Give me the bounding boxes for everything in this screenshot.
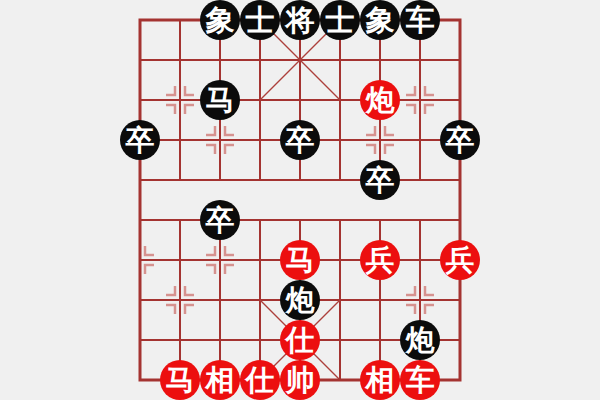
piece-black-horse[interactable]: 马 <box>200 80 240 120</box>
piece-red-elephant[interactable]: 相 <box>200 360 240 400</box>
piece-black-soldier[interactable]: 卒 <box>440 120 480 160</box>
piece-red-soldier[interactable]: 兵 <box>360 240 400 280</box>
piece-black-elephant[interactable]: 象 <box>360 0 400 40</box>
piece-black-elephant[interactable]: 象 <box>200 0 240 40</box>
pieces-layer: 象士将士象车马炮卒卒卒卒卒马兵兵炮仕炮马相仕帅相车 <box>0 0 600 400</box>
piece-red-advisor[interactable]: 仕 <box>280 320 320 360</box>
piece-red-chariot[interactable]: 车 <box>400 360 440 400</box>
piece-red-cannon[interactable]: 炮 <box>360 80 400 120</box>
piece-red-advisor[interactable]: 仕 <box>240 360 280 400</box>
piece-black-general[interactable]: 将 <box>280 0 320 40</box>
piece-black-soldier[interactable]: 卒 <box>200 200 240 240</box>
screen: { "game": "xiangqi", "board": { "files":… <box>0 0 600 400</box>
piece-black-soldier[interactable]: 卒 <box>120 120 160 160</box>
piece-red-elephant[interactable]: 相 <box>360 360 400 400</box>
piece-black-cannon[interactable]: 炮 <box>400 320 440 360</box>
xiangqi-board[interactable]: 象士将士象车马炮卒卒卒卒卒马兵兵炮仕炮马相仕帅相车 <box>0 0 600 400</box>
piece-red-soldier[interactable]: 兵 <box>440 240 480 280</box>
piece-black-advisor[interactable]: 士 <box>320 0 360 40</box>
piece-black-soldier[interactable]: 卒 <box>280 120 320 160</box>
piece-black-cannon[interactable]: 炮 <box>280 280 320 320</box>
piece-red-horse[interactable]: 马 <box>160 360 200 400</box>
piece-black-soldier[interactable]: 卒 <box>360 160 400 200</box>
piece-black-chariot[interactable]: 车 <box>400 0 440 40</box>
piece-red-general[interactable]: 帅 <box>280 360 320 400</box>
piece-red-horse[interactable]: 马 <box>280 240 320 280</box>
piece-black-advisor[interactable]: 士 <box>240 0 280 40</box>
